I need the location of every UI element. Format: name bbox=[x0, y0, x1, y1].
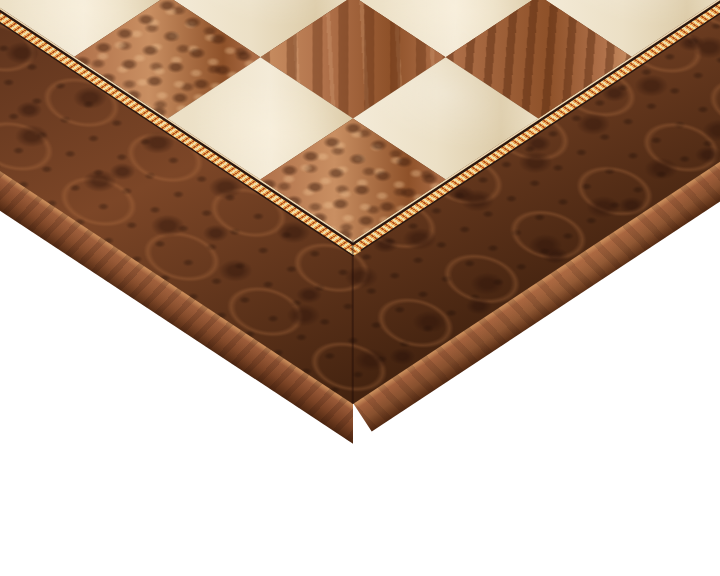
chess-board-photo bbox=[0, 0, 720, 576]
playing-field bbox=[0, 0, 720, 241]
border-miter-seam bbox=[352, 240, 354, 404]
